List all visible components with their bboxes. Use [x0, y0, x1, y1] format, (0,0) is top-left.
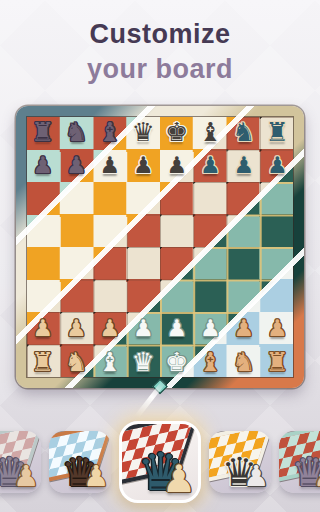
- square-b1: ♞︎: [60, 345, 94, 378]
- square-c1: ♝︎: [93, 345, 127, 378]
- white-bishop-piece: ♝︎: [98, 349, 121, 375]
- square-d7: ♟︎: [127, 149, 161, 182]
- square-c3: [93, 280, 127, 313]
- black-rook-piece: ♜︎: [31, 119, 54, 145]
- square-a7: ♟︎: [26, 149, 60, 182]
- square-b3: [60, 280, 94, 313]
- square-h5: [261, 214, 295, 247]
- page-title: Customize your board: [0, 17, 320, 86]
- square-b7: ♟︎: [60, 149, 94, 182]
- square-d4: [127, 247, 161, 280]
- black-bishop-piece: ♝︎: [199, 119, 222, 145]
- square-a8: ♜︎: [26, 116, 60, 149]
- square-f3: [194, 280, 228, 313]
- square-a4: [26, 247, 60, 280]
- black-knight-piece: ♞︎: [232, 119, 255, 145]
- square-b5: [60, 214, 94, 247]
- square-c8: ♝︎: [93, 116, 127, 149]
- square-a3: [26, 280, 60, 313]
- square-f6: [194, 182, 228, 215]
- thumbnail-pawn-piece: ♟︎: [162, 460, 196, 498]
- square-a6: [26, 182, 60, 215]
- white-pawn-piece: ♟︎: [166, 317, 187, 340]
- square-d1: ♛︎: [127, 345, 161, 378]
- square-g7: ♟︎: [227, 149, 261, 182]
- square-d2: ♟︎: [127, 313, 161, 346]
- square-e7: ♟︎: [160, 149, 194, 182]
- square-g2: ♟︎: [227, 313, 261, 346]
- board-theme-thumbnail-theme-wood-blue[interactable]: ♛︎♟︎: [49, 431, 111, 493]
- white-pawn-piece: ♟︎: [200, 317, 221, 340]
- square-e1: ♚︎: [160, 345, 194, 378]
- square-e5: [160, 214, 194, 247]
- board-theme-thumbnail-theme-retro-teal[interactable]: ♛︎♟︎: [279, 431, 320, 493]
- square-f4: [194, 247, 228, 280]
- square-f1: ♝︎: [194, 345, 228, 378]
- square-g6: [227, 182, 261, 215]
- square-c7: ♟︎: [93, 149, 127, 182]
- square-g5: [227, 214, 261, 247]
- black-bishop-piece: ♝︎: [98, 119, 121, 145]
- board-theme-thumbnail-theme-pastel[interactable]: ♛︎♟︎: [0, 431, 41, 493]
- square-e6: [160, 182, 194, 215]
- black-pawn-piece: ♟︎: [66, 154, 87, 177]
- square-h6: [261, 182, 295, 215]
- square-f7: ♟︎: [194, 149, 228, 182]
- white-pawn-piece: ♟︎: [32, 317, 53, 340]
- thumbnail-pawn-piece: ♟︎: [83, 462, 109, 491]
- screen: Customize your board ♜︎♞︎♝︎♛︎♚︎♝︎♞︎♜︎♟︎♟…: [0, 0, 320, 512]
- white-knight-piece: ♞︎: [232, 349, 255, 375]
- square-f2: ♟︎: [194, 313, 228, 346]
- page-title-line2: your board: [0, 52, 320, 87]
- square-h8: ♜︎: [261, 116, 295, 149]
- black-rook-piece: ♜︎: [266, 119, 289, 145]
- square-e8: ♚︎: [160, 116, 194, 149]
- white-rook-piece: ♜︎: [31, 349, 54, 375]
- thumbnail-pawn-piece: ♟︎: [243, 462, 269, 491]
- square-d5: [127, 214, 161, 247]
- black-pawn-piece: ♟︎: [200, 154, 221, 177]
- square-b8: ♞︎: [60, 116, 94, 149]
- square-g1: ♞︎: [227, 345, 261, 378]
- black-queen-piece: ♛︎: [132, 119, 155, 145]
- chess-board-frame: ♜︎♞︎♝︎♛︎♚︎♝︎♞︎♜︎♟︎♟︎♟︎♟︎♟︎♟︎♟︎♟︎♟︎♟︎♟︎♟︎…: [16, 106, 304, 388]
- square-b2: ♟︎: [60, 313, 94, 346]
- board-theme-thumbnail-theme-classic-red-selected[interactable]: ♛︎♟︎: [119, 421, 201, 503]
- square-c4: [93, 247, 127, 280]
- black-pawn-piece: ♟︎: [32, 154, 53, 177]
- square-d6: [127, 182, 161, 215]
- black-king-piece: ♚︎: [165, 119, 188, 145]
- thumbnail-pawn-piece: ♟︎: [313, 462, 320, 491]
- square-e2: ♟︎: [160, 313, 194, 346]
- thumbnail-pawn-piece: ♟︎: [13, 462, 39, 491]
- square-c2: ♟︎: [93, 313, 127, 346]
- white-knight-piece: ♞︎: [65, 349, 88, 375]
- square-h3: [261, 280, 295, 313]
- black-pawn-piece: ♟︎: [267, 154, 288, 177]
- black-pawn-piece: ♟︎: [233, 154, 254, 177]
- chess-pieces-layer: ♜︎♞︎♝︎♛︎♚︎♝︎♞︎♜︎♟︎♟︎♟︎♟︎♟︎♟︎♟︎♟︎♟︎♟︎♟︎♟︎…: [26, 116, 294, 378]
- square-d8: ♛︎: [127, 116, 161, 149]
- white-pawn-piece: ♟︎: [233, 317, 254, 340]
- square-c6: [93, 182, 127, 215]
- page-title-line1: Customize: [0, 17, 320, 52]
- board-theme-picker: ♛︎♟︎♛︎♟︎♛︎♟︎♛︎♟︎♛︎♟︎: [0, 421, 320, 503]
- square-d3: [127, 280, 161, 313]
- square-c5: [93, 214, 127, 247]
- white-bishop-piece: ♝︎: [199, 349, 222, 375]
- square-a5: [26, 214, 60, 247]
- white-king-piece: ♚︎: [165, 349, 188, 375]
- square-e4: [160, 247, 194, 280]
- square-a2: ♟︎: [26, 313, 60, 346]
- black-pawn-piece: ♟︎: [133, 154, 154, 177]
- white-pawn-piece: ♟︎: [133, 317, 154, 340]
- square-f5: [194, 214, 228, 247]
- white-queen-piece: ♛︎: [132, 349, 155, 375]
- square-a1: ♜︎: [26, 345, 60, 378]
- square-h2: ♟︎: [261, 313, 295, 346]
- board-theme-thumbnail-theme-sketch-orange[interactable]: ♛︎♟︎: [209, 431, 271, 493]
- white-rook-piece: ♜︎: [266, 349, 289, 375]
- black-pawn-piece: ♟︎: [166, 154, 187, 177]
- square-e3: [160, 280, 194, 313]
- white-pawn-piece: ♟︎: [66, 317, 87, 340]
- square-g4: [227, 247, 261, 280]
- black-pawn-piece: ♟︎: [99, 154, 120, 177]
- black-knight-piece: ♞︎: [65, 119, 88, 145]
- square-g8: ♞︎: [227, 116, 261, 149]
- white-pawn-piece: ♟︎: [99, 317, 120, 340]
- white-pawn-piece: ♟︎: [267, 317, 288, 340]
- square-b4: [60, 247, 94, 280]
- square-h4: [261, 247, 295, 280]
- square-g3: [227, 280, 261, 313]
- square-h1: ♜︎: [261, 345, 295, 378]
- square-b6: [60, 182, 94, 215]
- square-f8: ♝︎: [194, 116, 228, 149]
- square-h7: ♟︎: [261, 149, 295, 182]
